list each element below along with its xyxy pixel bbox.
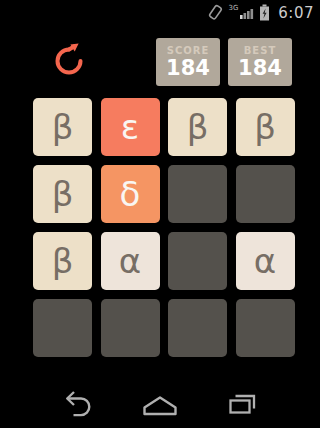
signal-bars-icon: 3G xyxy=(228,4,254,21)
battery-charging-icon xyxy=(259,4,270,21)
back-button[interactable] xyxy=(59,387,97,419)
restart-button[interactable] xyxy=(50,40,88,78)
empty-cell-r4c1 xyxy=(33,299,92,357)
score-value: 184 xyxy=(166,57,210,79)
home-icon xyxy=(140,387,180,419)
empty-cell-r2c3 xyxy=(168,165,227,223)
score-box: SCORE 184 xyxy=(156,38,220,86)
tile-epsilon-r1c2: ε xyxy=(101,98,160,156)
navigation-bar xyxy=(0,378,320,428)
tile-alpha-r3c4: α xyxy=(236,232,295,290)
tile-beta-r1c1: β xyxy=(33,98,92,156)
clock: 6:07 xyxy=(278,4,314,22)
empty-cell-r3c3 xyxy=(168,232,227,290)
vibrate-icon xyxy=(207,3,223,22)
recents-icon xyxy=(224,387,260,419)
board[interactable]: βεβββδβαα xyxy=(33,98,295,357)
status-bar: 3G 6:07 xyxy=(0,0,320,25)
tile-beta-r2c1: β xyxy=(33,165,92,223)
back-icon xyxy=(59,387,97,419)
home-button[interactable] xyxy=(141,387,179,419)
empty-cell-r4c2 xyxy=(101,299,160,357)
tile-delta-r2c2: δ xyxy=(101,165,160,223)
best-value: 184 xyxy=(238,57,282,79)
tile-alpha-r3c2: α xyxy=(101,232,160,290)
best-label: BEST xyxy=(244,45,276,56)
tile-beta-r3c1: β xyxy=(33,232,92,290)
empty-cell-r4c3 xyxy=(168,299,227,357)
empty-cell-r2c4 xyxy=(236,165,295,223)
network-type-label: 3G xyxy=(228,5,238,12)
score-label: SCORE xyxy=(167,45,210,56)
empty-cell-r4c4 xyxy=(236,299,295,357)
tile-beta-r1c3: β xyxy=(168,98,227,156)
restart-icon xyxy=(50,40,88,78)
tile-beta-r1c4: β xyxy=(236,98,295,156)
best-box: BEST 184 xyxy=(228,38,292,86)
recents-button[interactable] xyxy=(223,387,261,419)
